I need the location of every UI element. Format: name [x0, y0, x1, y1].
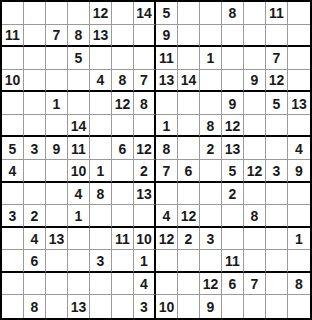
cell-r3c14[interactable]: [288, 47, 310, 70]
cell-r4c2[interactable]: [24, 70, 46, 93]
cell-r12c6[interactable]: [112, 250, 134, 273]
cell-r10c12[interactable]: 8: [244, 205, 266, 228]
given-digit: 3: [140, 299, 148, 314]
cell-r7c14[interactable]: 4: [288, 137, 310, 160]
cell-r14c3[interactable]: [46, 295, 68, 318]
cell-r5c5[interactable]: [90, 92, 112, 115]
given-digit: 12: [225, 118, 241, 133]
given-digit: 11: [5, 27, 20, 42]
cell-r9c10[interactable]: [200, 183, 222, 206]
cell-r11c9[interactable]: 2: [178, 228, 200, 251]
cell-r12c5[interactable]: 3: [90, 250, 112, 273]
cell-r10c5[interactable]: [90, 205, 112, 228]
given-digit: 7: [140, 72, 148, 87]
cell-r2c13[interactable]: [266, 25, 288, 48]
cell-r9c12[interactable]: [244, 183, 266, 206]
cell-r11c2[interactable]: 4: [24, 228, 46, 251]
cell-r3c3[interactable]: [46, 47, 68, 70]
cell-r3c13[interactable]: 7: [266, 47, 288, 70]
cell-r13c1[interactable]: [2, 273, 24, 296]
given-digit: 1: [75, 208, 83, 223]
cell-r3c11[interactable]: [222, 47, 244, 70]
cell-r13c10[interactable]: 12: [200, 273, 222, 296]
given-digit: 9: [207, 299, 215, 314]
cell-r9c5[interactable]: 8: [90, 183, 112, 206]
cell-r6c9[interactable]: [178, 115, 200, 138]
cell-r12c4[interactable]: [68, 250, 90, 273]
given-digit: 3: [31, 141, 39, 156]
cell-r4c1[interactable]: 10: [2, 70, 24, 93]
cell-r7c7[interactable]: 12: [134, 137, 156, 160]
given-digit: 5: [75, 50, 83, 65]
cell-r8c1[interactable]: 4: [2, 160, 24, 183]
cell-r11c4[interactable]: [68, 228, 90, 251]
given-digit: 8: [163, 141, 171, 156]
cell-r10c7[interactable]: [134, 205, 156, 228]
given-digit: 10: [71, 163, 87, 178]
given-digit: 11: [115, 231, 130, 246]
cell-r14c7[interactable]: 3: [134, 295, 156, 318]
given-digit: 5: [9, 141, 17, 156]
cell-r4c14[interactable]: [288, 70, 310, 93]
sudoku-board: 1214581111781395111710487131491211289513…: [0, 0, 312, 320]
cell-r5c14[interactable]: 13: [288, 92, 310, 115]
cell-r14c14[interactable]: [288, 295, 310, 318]
cell-r11c6[interactable]: 11: [112, 228, 134, 251]
cell-r7c13[interactable]: [266, 137, 288, 160]
given-digit: 13: [49, 231, 65, 246]
given-digit: 10: [159, 299, 175, 314]
given-digit: 10: [136, 231, 152, 246]
given-digit: 4: [295, 141, 303, 156]
cell-r13c8[interactable]: [156, 273, 178, 296]
cell-r1c2[interactable]: [24, 2, 46, 25]
cell-r3c8[interactable]: 11: [156, 47, 178, 70]
given-digit: 3: [9, 208, 17, 223]
cell-r13c7[interactable]: 4: [134, 273, 156, 296]
given-digit: 14: [181, 72, 197, 87]
given-digit: 1: [53, 96, 61, 111]
given-digit: 3: [273, 163, 281, 178]
cell-r13c4[interactable]: [68, 273, 90, 296]
cell-r6c7[interactable]: [134, 115, 156, 138]
given-digit: 1: [163, 118, 171, 133]
cell-r2c6[interactable]: [112, 25, 134, 48]
cell-r11c13[interactable]: [266, 228, 288, 251]
cell-r6c4[interactable]: 14: [68, 115, 90, 138]
cell-r1c12[interactable]: [244, 2, 266, 25]
given-digit: 13: [159, 72, 175, 87]
cell-r8c5[interactable]: 1: [90, 160, 112, 183]
cell-r2c5[interactable]: 13: [90, 25, 112, 48]
cell-r3c5[interactable]: [90, 47, 112, 70]
cell-r1c10[interactable]: [200, 2, 222, 25]
cell-r10c13[interactable]: [266, 205, 288, 228]
given-digit: 8: [119, 72, 127, 87]
cell-r2c14[interactable]: [288, 25, 310, 48]
cell-r6c3[interactable]: [46, 115, 68, 138]
cell-r10c11[interactable]: [222, 205, 244, 228]
cell-r6c11[interactable]: 12: [222, 115, 244, 138]
given-digit: 14: [136, 5, 152, 20]
given-digit: 4: [31, 231, 39, 246]
given-digit: 12: [136, 141, 152, 156]
cell-r14c8[interactable]: 10: [156, 295, 178, 318]
given-digit: 7: [163, 163, 171, 178]
cell-r8c6[interactable]: [112, 160, 134, 183]
cell-r9c14[interactable]: [288, 183, 310, 206]
cell-r5c7[interactable]: 8: [134, 92, 156, 115]
given-digit: 7: [53, 27, 61, 42]
cell-r4c8[interactable]: 13: [156, 70, 178, 93]
cell-r9c13[interactable]: [266, 183, 288, 206]
cell-r11c8[interactable]: 12: [156, 228, 178, 251]
cell-r13c13[interactable]: [266, 273, 288, 296]
given-digit: 9: [53, 141, 61, 156]
cell-r12c14[interactable]: [288, 250, 310, 273]
cell-r2c8[interactable]: 9: [156, 25, 178, 48]
cell-r7c8[interactable]: 8: [156, 137, 178, 160]
cell-r14c6[interactable]: [112, 295, 134, 318]
given-digit: 13: [71, 299, 87, 314]
cell-r12c11[interactable]: 11: [222, 250, 244, 273]
cell-r14c1[interactable]: [2, 295, 24, 318]
cell-r6c14[interactable]: [288, 115, 310, 138]
cell-r4c5[interactable]: 4: [90, 70, 112, 93]
cell-r3c1[interactable]: [2, 47, 24, 70]
cell-r8c4[interactable]: 10: [68, 160, 90, 183]
cell-r14c11[interactable]: [222, 295, 244, 318]
given-digit: 2: [31, 208, 39, 223]
cell-r2c7[interactable]: [134, 25, 156, 48]
cell-r4c3[interactable]: [46, 70, 68, 93]
cell-r5c12[interactable]: [244, 92, 266, 115]
cell-r7c10[interactable]: 2: [200, 137, 222, 160]
cell-r5c6[interactable]: 12: [112, 92, 134, 115]
cell-r2c12[interactable]: [244, 25, 266, 48]
given-digit: 8: [97, 186, 105, 201]
cell-r8c12[interactable]: 12: [244, 160, 266, 183]
given-digit: 12: [203, 276, 219, 291]
cell-r13c5[interactable]: [90, 273, 112, 296]
given-digit: 7: [251, 276, 259, 291]
given-digit: 8: [75, 27, 83, 42]
cell-r1c1[interactable]: [2, 2, 24, 25]
given-digit: 4: [9, 163, 17, 178]
cell-r13c2[interactable]: [24, 273, 46, 296]
given-digit: 6: [229, 276, 237, 291]
cell-r6c2[interactable]: [24, 115, 46, 138]
given-digit: 8: [229, 5, 237, 20]
given-digit: 10: [5, 72, 21, 87]
given-digit: 8: [31, 299, 39, 314]
given-digit: 9: [163, 27, 171, 42]
cell-r5c8[interactable]: [156, 92, 178, 115]
cell-r1c6[interactable]: [112, 2, 134, 25]
given-digit: 5: [163, 5, 171, 20]
cell-r2c10[interactable]: [200, 25, 222, 48]
given-digit: 13: [136, 186, 152, 201]
cell-r5c3[interactable]: 1: [46, 92, 68, 115]
cell-r13c6[interactable]: [112, 273, 134, 296]
cell-r4c4[interactable]: [68, 70, 90, 93]
cell-r4c9[interactable]: 14: [178, 70, 200, 93]
cell-r1c9[interactable]: [178, 2, 200, 25]
cell-r7c6[interactable]: 6: [112, 137, 134, 160]
cell-r7c1[interactable]: 5: [2, 137, 24, 160]
cell-r14c13[interactable]: [266, 295, 288, 318]
given-digit: 13: [93, 27, 109, 42]
cell-r10c14[interactable]: [288, 205, 310, 228]
cell-r12c7[interactable]: 1: [134, 250, 156, 273]
cell-r14c5[interactable]: [90, 295, 112, 318]
cell-r3c10[interactable]: 1: [200, 47, 222, 70]
cell-r9c6[interactable]: [112, 183, 134, 206]
cell-r12c10[interactable]: [200, 250, 222, 273]
cell-r1c3[interactable]: [46, 2, 68, 25]
given-digit: 11: [269, 5, 284, 20]
cell-r4c12[interactable]: 9: [244, 70, 266, 93]
cell-r14c4[interactable]: 13: [68, 295, 90, 318]
cell-r8c13[interactable]: 3: [266, 160, 288, 183]
cell-r12c3[interactable]: [46, 250, 68, 273]
cell-r5c4[interactable]: [68, 92, 90, 115]
cell-r11c12[interactable]: [244, 228, 266, 251]
given-digit: 8: [251, 208, 259, 223]
cell-r5c13[interactable]: 5: [266, 92, 288, 115]
given-digit: 8: [295, 276, 303, 291]
cell-r2c2[interactable]: [24, 25, 46, 48]
cell-r8c11[interactable]: 5: [222, 160, 244, 183]
given-digit: 3: [97, 253, 105, 268]
cell-r1c8[interactable]: 5: [156, 2, 178, 25]
given-digit: 12: [181, 208, 197, 223]
cell-r8c3[interactable]: [46, 160, 68, 183]
cell-r2c3[interactable]: 7: [46, 25, 68, 48]
cell-r11c7[interactable]: 10: [134, 228, 156, 251]
cell-r7c2[interactable]: 3: [24, 137, 46, 160]
cell-r2c1[interactable]: 11: [2, 25, 24, 48]
given-digit: 11: [71, 141, 86, 156]
cell-r7c9[interactable]: [178, 137, 200, 160]
given-digit: 4: [140, 276, 148, 291]
given-digit: 11: [159, 50, 174, 65]
cell-r10c3[interactable]: [46, 205, 68, 228]
given-digit: 12: [247, 163, 263, 178]
given-digit: 1: [97, 163, 105, 178]
given-digit: 6: [31, 253, 39, 268]
cell-r3c4[interactable]: 5: [68, 47, 90, 70]
given-digit: 1: [207, 50, 215, 65]
cell-r10c1[interactable]: 3: [2, 205, 24, 228]
cell-r2c11[interactable]: [222, 25, 244, 48]
cell-r8c8[interactable]: 7: [156, 160, 178, 183]
cell-r7c11[interactable]: 13: [222, 137, 244, 160]
cell-r9c11[interactable]: 2: [222, 183, 244, 206]
cell-r6c10[interactable]: 8: [200, 115, 222, 138]
given-digit: 11: [225, 253, 240, 268]
cell-r9c3[interactable]: [46, 183, 68, 206]
cell-r7c12[interactable]: [244, 137, 266, 160]
given-digit: 6: [119, 141, 127, 156]
cell-r9c4[interactable]: 4: [68, 183, 90, 206]
cell-r7c4[interactable]: 11: [68, 137, 90, 160]
cell-r6c5[interactable]: [90, 115, 112, 138]
cell-r10c8[interactable]: 4: [156, 205, 178, 228]
cell-r7c5[interactable]: [90, 137, 112, 160]
cell-r8c2[interactable]: [24, 160, 46, 183]
cell-r4c13[interactable]: 12: [266, 70, 288, 93]
given-digit: 9: [229, 96, 237, 111]
given-digit: 12: [269, 72, 285, 87]
cell-r14c10[interactable]: 9: [200, 295, 222, 318]
given-digit: 2: [207, 141, 215, 156]
cell-r2c9[interactable]: [178, 25, 200, 48]
cell-r9c9[interactable]: [178, 183, 200, 206]
given-digit: 8: [140, 96, 148, 111]
cell-r10c9[interactable]: 12: [178, 205, 200, 228]
cell-r10c2[interactable]: 2: [24, 205, 46, 228]
cell-r4c6[interactable]: 8: [112, 70, 134, 93]
given-digit: 13: [225, 141, 241, 156]
cell-r7c3[interactable]: 9: [46, 137, 68, 160]
given-digit: 9: [295, 163, 303, 178]
given-digit: 2: [229, 186, 237, 201]
given-digit: 12: [159, 231, 175, 246]
given-digit: 4: [97, 72, 105, 87]
cell-r9c8[interactable]: [156, 183, 178, 206]
cell-r13c9[interactable]: [178, 273, 200, 296]
given-digit: 8: [207, 118, 215, 133]
given-digit: 13: [291, 96, 307, 111]
given-digit: 9: [251, 72, 259, 87]
cell-r12c1[interactable]: [2, 250, 24, 273]
cell-r5c1[interactable]: [2, 92, 24, 115]
cell-r1c7[interactable]: 14: [134, 2, 156, 25]
cell-r2c4[interactable]: 8: [68, 25, 90, 48]
cell-r3c12[interactable]: [244, 47, 266, 70]
cell-r11c14[interactable]: 1: [288, 228, 310, 251]
cell-r11c5[interactable]: [90, 228, 112, 251]
cell-r3c6[interactable]: [112, 47, 134, 70]
cell-r10c6[interactable]: [112, 205, 134, 228]
cell-r14c2[interactable]: 8: [24, 295, 46, 318]
cell-r8c9[interactable]: 6: [178, 160, 200, 183]
cell-r1c5[interactable]: 12: [90, 2, 112, 25]
cell-r6c1[interactable]: [2, 115, 24, 138]
cell-r1c14[interactable]: [288, 2, 310, 25]
cell-r1c4[interactable]: [68, 2, 90, 25]
given-digit: 7: [273, 50, 281, 65]
cell-r6c8[interactable]: 1: [156, 115, 178, 138]
cell-r11c11[interactable]: [222, 228, 244, 251]
cell-r10c4[interactable]: 1: [68, 205, 90, 228]
cell-r9c2[interactable]: [24, 183, 46, 206]
cell-r3c9[interactable]: [178, 47, 200, 70]
cell-r4c7[interactable]: 7: [134, 70, 156, 93]
cell-r6c12[interactable]: [244, 115, 266, 138]
cell-r4c11[interactable]: [222, 70, 244, 93]
cell-r14c9[interactable]: [178, 295, 200, 318]
cell-r4c10[interactable]: [200, 70, 222, 93]
cell-r12c13[interactable]: [266, 250, 288, 273]
cell-r9c1[interactable]: [2, 183, 24, 206]
given-digit: 2: [140, 163, 148, 178]
cell-r5c11[interactable]: 9: [222, 92, 244, 115]
given-digit: 2: [185, 231, 193, 246]
cell-r9c7[interactable]: 13: [134, 183, 156, 206]
cell-r13c3[interactable]: [46, 273, 68, 296]
given-digit: 14: [71, 118, 87, 133]
given-digit: 4: [163, 208, 171, 223]
cell-r6c13[interactable]: [266, 115, 288, 138]
cell-r3c2[interactable]: [24, 47, 46, 70]
cell-r12c8[interactable]: [156, 250, 178, 273]
given-digit: 1: [295, 231, 303, 246]
cell-r8c7[interactable]: 2: [134, 160, 156, 183]
cell-r1c11[interactable]: 8: [222, 2, 244, 25]
cell-r5c9[interactable]: [178, 92, 200, 115]
cell-r12c12[interactable]: [244, 250, 266, 273]
given-digit: 4: [75, 186, 83, 201]
given-digit: 5: [273, 96, 281, 111]
given-digit: 1: [140, 253, 148, 268]
cell-r13c14[interactable]: 8: [288, 273, 310, 296]
cell-r14c12[interactable]: [244, 295, 266, 318]
cell-r6c6[interactable]: [112, 115, 134, 138]
cell-r8c10[interactable]: [200, 160, 222, 183]
cell-r8c14[interactable]: 9: [288, 160, 310, 183]
given-digit: 5: [229, 163, 237, 178]
cell-r5c2[interactable]: [24, 92, 46, 115]
given-digit: 12: [115, 96, 131, 111]
cell-r11c10[interactable]: 3: [200, 228, 222, 251]
cell-r13c11[interactable]: 6: [222, 273, 244, 296]
cell-r5c10[interactable]: [200, 92, 222, 115]
cell-r3c7[interactable]: [134, 47, 156, 70]
given-digit: 12: [93, 5, 109, 20]
cell-r11c1[interactable]: [2, 228, 24, 251]
cell-r12c9[interactable]: [178, 250, 200, 273]
cell-r1c13[interactable]: 11: [266, 2, 288, 25]
given-digit: 6: [185, 163, 193, 178]
given-digit: 3: [207, 231, 215, 246]
cell-r11c3[interactable]: 13: [46, 228, 68, 251]
cell-r13c12[interactable]: 7: [244, 273, 266, 296]
cell-r10c10[interactable]: [200, 205, 222, 228]
cell-r12c2[interactable]: 6: [24, 250, 46, 273]
